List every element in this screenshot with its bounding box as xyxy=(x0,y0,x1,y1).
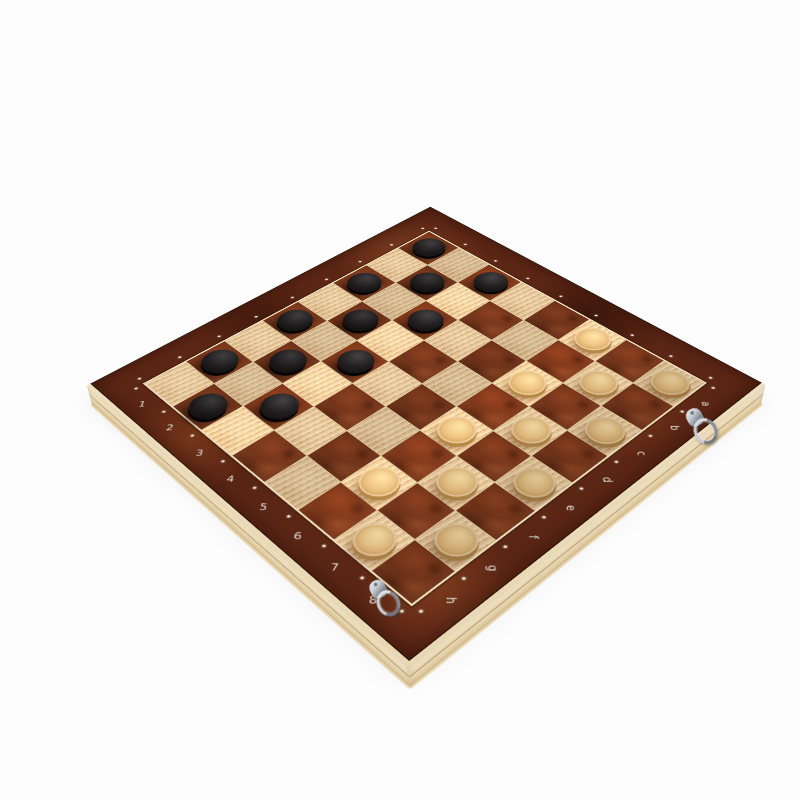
square-h3[interactable] xyxy=(202,407,273,455)
product-photo-stage: 12345678abcdefgh xyxy=(0,0,800,800)
board-top-face: 12345678abcdefgh xyxy=(87,207,765,667)
rank-label-7: 7 xyxy=(330,562,339,572)
rank-label-6: 6 xyxy=(293,532,302,541)
square-d6[interactable] xyxy=(458,384,529,430)
border-nail-dot xyxy=(463,243,467,245)
border-nail-dot xyxy=(579,487,584,491)
file-label-d: d xyxy=(601,477,614,482)
square-e5[interactable] xyxy=(386,384,456,430)
border-nail-dot xyxy=(668,355,672,358)
square-g8[interactable] xyxy=(416,511,496,571)
board-veneer: 12345678abcdefgh xyxy=(90,207,761,661)
wooden-checker-g8[interactable] xyxy=(425,517,487,564)
square-e6[interactable] xyxy=(421,407,493,456)
square-b8[interactable] xyxy=(602,383,673,430)
square-f7[interactable] xyxy=(418,456,494,510)
border-nail-dot xyxy=(630,334,634,337)
border-nail-dot xyxy=(494,260,498,262)
border-nail-dot xyxy=(418,609,424,613)
square-g7[interactable] xyxy=(377,483,455,540)
border-nail-dot xyxy=(358,261,362,263)
square-f4[interactable] xyxy=(315,384,385,430)
square-e8[interactable] xyxy=(496,456,572,510)
square-h4[interactable] xyxy=(233,431,306,482)
wooden-checker-d7[interactable] xyxy=(503,411,560,449)
square-f6[interactable] xyxy=(382,431,456,482)
border-nail-dot xyxy=(559,295,563,297)
border-nail-dot xyxy=(614,460,619,463)
black-checker-h2[interactable] xyxy=(181,388,235,424)
border-nail-dot xyxy=(359,576,364,580)
wooden-checker-e6[interactable] xyxy=(429,411,485,449)
playing-grid xyxy=(146,232,705,604)
border-nail-dot xyxy=(526,277,530,279)
border-nail-dot xyxy=(390,244,394,246)
square-c8[interactable] xyxy=(568,407,641,456)
rank-label-2: 2 xyxy=(165,424,174,432)
border-nail-dot xyxy=(220,459,225,462)
wooden-checker-e8[interactable] xyxy=(505,461,565,503)
black-checker-g3[interactable] xyxy=(252,388,306,424)
file-label-f: f xyxy=(526,535,539,538)
square-f5[interactable] xyxy=(347,407,419,455)
border-nail-dot xyxy=(255,315,259,317)
border-nail-dot xyxy=(434,227,438,229)
file-label-e: e xyxy=(564,505,577,511)
border-nail-dot xyxy=(648,434,653,437)
border-nail-dot xyxy=(190,434,195,437)
rank-label-5: 5 xyxy=(259,502,268,511)
border-nail-dot xyxy=(421,227,425,229)
border-nail-dot xyxy=(286,514,291,518)
border-nail-dot xyxy=(161,410,166,413)
border-nail-dot xyxy=(503,545,508,549)
wooden-checker-f7[interactable] xyxy=(427,461,486,503)
file-label-g: g xyxy=(486,565,499,571)
wooden-checker-g6[interactable] xyxy=(350,461,409,503)
border-nail-dot xyxy=(542,515,547,519)
square-g5[interactable] xyxy=(307,431,380,482)
border-nail-dot xyxy=(462,576,467,580)
wooden-checker-a8[interactable] xyxy=(643,365,698,400)
border-nail-dot xyxy=(290,296,294,298)
border-nail-dot xyxy=(322,544,327,548)
file-label-b: b xyxy=(668,425,681,430)
square-c7[interactable] xyxy=(530,383,601,429)
border-nail-dot xyxy=(252,486,257,490)
folding-chess-box: 12345678abcdefgh xyxy=(87,207,765,667)
wooden-checker-c8[interactable] xyxy=(577,411,634,449)
border-nail-dot xyxy=(178,356,182,359)
square-d7[interactable] xyxy=(494,407,566,456)
border-nail-dot xyxy=(137,377,141,380)
square-e7[interactable] xyxy=(457,431,531,482)
square-f8[interactable] xyxy=(457,483,535,540)
file-label-h: h xyxy=(444,597,458,604)
rank-label-3: 3 xyxy=(195,449,204,457)
border-nail-dot xyxy=(594,314,598,317)
square-h7[interactable] xyxy=(334,511,413,571)
wooden-checker-h7[interactable] xyxy=(344,517,406,563)
square-d8[interactable] xyxy=(533,431,608,482)
rank-label-4: 4 xyxy=(226,475,235,483)
square-h5[interactable] xyxy=(265,456,340,509)
rank-label-1: 1 xyxy=(137,400,146,407)
border-nail-dot xyxy=(134,387,138,390)
border-nail-dot xyxy=(711,386,716,389)
border-nail-dot xyxy=(325,278,329,280)
border-nail-dot xyxy=(708,376,713,379)
scene-rotation-wrapper: 12345678abcdefgh xyxy=(0,0,800,800)
square-h6[interactable] xyxy=(299,483,376,539)
file-label-c: c xyxy=(635,451,648,456)
square-g4[interactable] xyxy=(275,407,346,455)
square-g6[interactable] xyxy=(341,456,416,510)
border-nail-dot xyxy=(217,335,221,338)
